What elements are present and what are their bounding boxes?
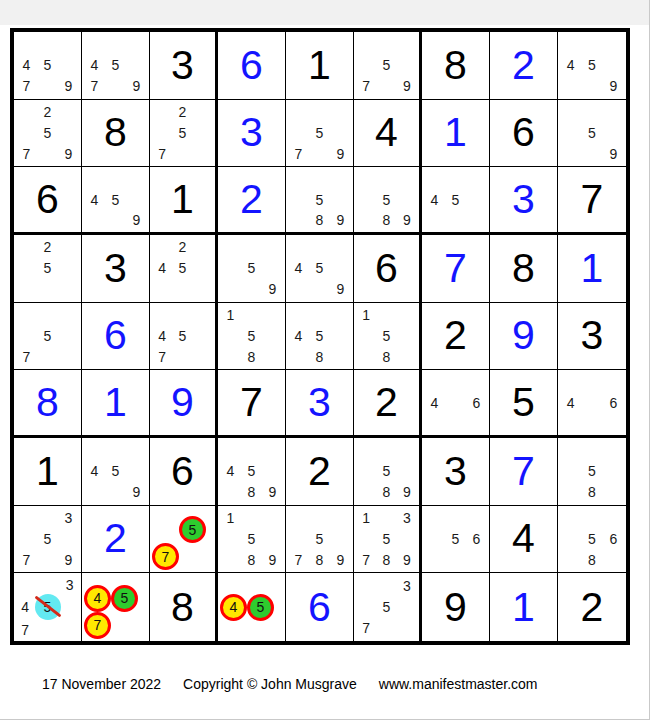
candidate-grid: 59 bbox=[560, 102, 624, 165]
candidate-1: 1 bbox=[356, 508, 376, 529]
candidate-8: 8 bbox=[376, 482, 396, 503]
solved-digit-1: 1 bbox=[171, 179, 194, 220]
candidate-grid: 459 bbox=[84, 169, 147, 230]
candidate-grid: 1589 bbox=[220, 508, 283, 571]
candidate-7-marked: 7 bbox=[84, 612, 111, 639]
yellow-circle-candidate-4: 4 bbox=[84, 585, 111, 612]
candidate-2: 2 bbox=[172, 102, 192, 123]
candidate-grid: 4589 bbox=[220, 440, 283, 503]
cell-r8c1[interactable]: 3579 bbox=[14, 506, 82, 574]
solved-digit-2: 2 bbox=[512, 45, 535, 86]
candidate-grid: 589 bbox=[356, 440, 417, 503]
cell-r5c5[interactable]: 458 bbox=[286, 303, 354, 371]
solved-digit-1: 1 bbox=[512, 587, 535, 628]
solved-digit-6: 6 bbox=[512, 112, 535, 153]
cell-r1c1[interactable]: 4579 bbox=[14, 32, 82, 100]
cell-r3c5[interactable]: 589 bbox=[286, 167, 354, 235]
candidate-5: 5 bbox=[376, 55, 396, 76]
cell-r7c8[interactable]: 7 bbox=[490, 438, 558, 506]
solved-digit-8: 8 bbox=[104, 112, 127, 153]
candidate-9: 9 bbox=[262, 279, 283, 300]
candidate-9: 9 bbox=[397, 482, 417, 503]
cell-r4c6[interactable]: 6 bbox=[354, 235, 422, 303]
cell-r4c8[interactable]: 8 bbox=[490, 235, 558, 303]
candidate-grid: 459 bbox=[288, 237, 351, 300]
candidate-8: 8 bbox=[376, 210, 396, 230]
candidate-8: 8 bbox=[309, 549, 330, 570]
cell-r9c9[interactable]: 2 bbox=[558, 573, 626, 641]
candidate-5: 5 bbox=[172, 123, 192, 144]
cell-r8c5[interactable]: 5789 bbox=[286, 506, 354, 574]
solved-digit-3: 3 bbox=[512, 179, 535, 220]
candidate-5: 5 bbox=[376, 190, 396, 210]
candidate-grid: 458 bbox=[288, 305, 351, 368]
solved-digit-6: 6 bbox=[171, 451, 194, 492]
cell-r6c5[interactable]: 3 bbox=[286, 370, 354, 438]
candidate-grid: 46 bbox=[424, 372, 487, 433]
candidate-2: 2 bbox=[37, 237, 58, 258]
candidate-grid: 245 bbox=[152, 237, 213, 300]
candidate-4-marked: 4 bbox=[84, 585, 111, 612]
candidate-5-marked: 5 bbox=[247, 594, 274, 621]
candidate-7: 7 bbox=[356, 76, 376, 97]
solved-digit-8: 8 bbox=[36, 382, 59, 423]
cell-r2c5[interactable]: 579 bbox=[286, 100, 354, 168]
candidate-6: 6 bbox=[603, 393, 624, 413]
cell-r1c9[interactable]: 459 bbox=[558, 32, 626, 100]
candidate-4: 4 bbox=[560, 393, 581, 413]
candidate-7: 7 bbox=[16, 549, 37, 570]
cell-r7c3[interactable]: 6 bbox=[150, 438, 218, 506]
footer-website[interactable]: www.manifestmaster.com bbox=[379, 676, 538, 692]
cell-r9c3[interactable]: 8 bbox=[150, 573, 218, 641]
solved-digit-8: 8 bbox=[171, 587, 194, 628]
cell-r3c2[interactable]: 459 bbox=[82, 167, 150, 235]
candidate-7: 7 bbox=[84, 76, 105, 97]
cell-r9c7[interactable]: 9 bbox=[422, 573, 490, 641]
candidate-4: 4 bbox=[84, 461, 105, 482]
solved-digit-5: 5 bbox=[512, 382, 535, 423]
candidate-9: 9 bbox=[58, 549, 79, 570]
candidate-9: 9 bbox=[330, 549, 351, 570]
candidate-9: 9 bbox=[330, 143, 351, 164]
solved-digit-9: 9 bbox=[171, 382, 194, 423]
candidate-9: 9 bbox=[262, 482, 283, 503]
cell-r2c7[interactable]: 1 bbox=[422, 100, 490, 168]
candidate-grid: 457 bbox=[152, 305, 213, 368]
solved-digit-1: 1 bbox=[308, 45, 331, 86]
candidate-grid: 4579 bbox=[16, 34, 79, 97]
cell-r5c6[interactable]: 158 bbox=[354, 303, 422, 371]
candidate-grid: 357 bbox=[356, 575, 417, 639]
solved-digit-8: 8 bbox=[512, 248, 535, 289]
cell-r4c3[interactable]: 245 bbox=[150, 235, 218, 303]
candidate-5-marked: 5 bbox=[111, 585, 138, 612]
candidate-5: 5 bbox=[309, 529, 330, 550]
cell-r6c7[interactable]: 46 bbox=[422, 370, 490, 438]
candidate-9: 9 bbox=[397, 210, 417, 230]
cell-r5c9[interactable]: 3 bbox=[558, 303, 626, 371]
solved-digit-7: 7 bbox=[512, 451, 535, 492]
candidate-grid: 3579 bbox=[16, 508, 79, 571]
candidate-9: 9 bbox=[397, 76, 417, 97]
candidate-5: 5 bbox=[172, 258, 192, 279]
cell-r9c4[interactable]: 45 bbox=[218, 573, 286, 641]
candidate-4: 4 bbox=[288, 258, 309, 279]
candidate-5: 5 bbox=[37, 326, 58, 347]
candidate-8: 8 bbox=[241, 482, 262, 503]
cell-r9c6[interactable]: 357 bbox=[354, 573, 422, 641]
candidate-5: 5 bbox=[37, 529, 58, 550]
cell-r2c2[interactable]: 8 bbox=[82, 100, 150, 168]
cell-r5c1[interactable]: 57 bbox=[14, 303, 82, 371]
cell-r5c8[interactable]: 9 bbox=[490, 303, 558, 371]
candidate-4: 4 bbox=[288, 326, 309, 347]
candidate-5: 5 bbox=[376, 326, 396, 347]
cell-r4c2[interactable]: 3 bbox=[82, 235, 150, 303]
cell-r6c1[interactable]: 8 bbox=[14, 370, 82, 438]
candidate-grid: 58 bbox=[560, 440, 624, 503]
cell-r1c4[interactable]: 6 bbox=[218, 32, 286, 100]
cell-r3c9[interactable]: 7 bbox=[558, 167, 626, 235]
cell-r7c6[interactable]: 589 bbox=[354, 438, 422, 506]
candidate-5: 5 bbox=[309, 258, 330, 279]
cell-r8c9[interactable]: 568 bbox=[558, 506, 626, 574]
candidate-5: 5 bbox=[241, 461, 262, 482]
candidate-grid: 45 bbox=[424, 169, 487, 230]
sudoku-board: 4579457936157982459257982573579416596459… bbox=[10, 28, 630, 645]
candidate-5: 5 bbox=[37, 123, 58, 144]
candidate-5-marked: 5 bbox=[35, 594, 61, 620]
candidate-4: 4 bbox=[84, 190, 105, 210]
candidate-grid: 568 bbox=[560, 508, 624, 571]
candidate-5: 5 bbox=[445, 190, 466, 210]
cell-r8c7[interactable]: 56 bbox=[422, 506, 490, 574]
cell-r8c3[interactable]: 57 bbox=[150, 506, 218, 574]
cell-r5c4[interactable]: 158 bbox=[218, 303, 286, 371]
cell-r6c4[interactable]: 7 bbox=[218, 370, 286, 438]
candidate-grid: 3457 bbox=[16, 575, 79, 639]
solved-digit-1: 1 bbox=[581, 248, 604, 289]
candidate-6: 6 bbox=[466, 529, 487, 550]
solved-digit-1: 1 bbox=[36, 451, 59, 492]
footer-copyright: Copyright © John Musgrave bbox=[183, 676, 357, 692]
candidate-grid: 57 bbox=[152, 508, 213, 571]
cell-r8c4[interactable]: 1589 bbox=[218, 506, 286, 574]
cell-r2c9[interactable]: 59 bbox=[558, 100, 626, 168]
candidate-7: 7 bbox=[16, 143, 37, 164]
candidate-5: 5 bbox=[309, 123, 330, 144]
cell-r7c1[interactable]: 1 bbox=[14, 438, 82, 506]
candidate-9: 9 bbox=[126, 76, 147, 97]
solved-digit-7: 7 bbox=[444, 248, 467, 289]
candidate-8: 8 bbox=[376, 346, 396, 367]
green-circle-candidate-5: 5 bbox=[179, 516, 206, 543]
solved-digit-7: 7 bbox=[581, 179, 604, 220]
candidate-9: 9 bbox=[58, 76, 79, 97]
candidate-7: 7 bbox=[16, 76, 37, 97]
solved-digit-1: 1 bbox=[444, 112, 467, 153]
candidate-5: 5 bbox=[445, 529, 466, 550]
cell-r4c7[interactable]: 7 bbox=[422, 235, 490, 303]
candidate-grid: 2579 bbox=[16, 102, 79, 165]
cell-r8c8[interactable]: 4 bbox=[490, 506, 558, 574]
candidate-8: 8 bbox=[581, 482, 602, 503]
candidate-5-marked: 5 bbox=[179, 516, 206, 543]
solved-digit-9: 9 bbox=[512, 315, 535, 356]
candidate-8: 8 bbox=[309, 346, 330, 367]
candidate-7: 7 bbox=[288, 549, 309, 570]
candidate-9: 9 bbox=[603, 76, 624, 97]
cell-r1c8[interactable]: 2 bbox=[490, 32, 558, 100]
solved-digit-2: 2 bbox=[240, 179, 263, 220]
candidate-4: 4 bbox=[560, 55, 581, 76]
solved-digit-2: 2 bbox=[375, 382, 398, 423]
candidate-5: 5 bbox=[37, 55, 58, 76]
candidate-8: 8 bbox=[309, 210, 330, 230]
cell-r6c3[interactable]: 9 bbox=[150, 370, 218, 438]
candidate-4: 4 bbox=[84, 55, 105, 76]
candidate-2: 2 bbox=[37, 102, 58, 123]
cell-r2c4[interactable]: 3 bbox=[218, 100, 286, 168]
candidate-4: 4 bbox=[152, 326, 172, 347]
footer-date: 17 November 2022 bbox=[42, 676, 161, 692]
cell-r4c9[interactable]: 1 bbox=[558, 235, 626, 303]
cell-r6c6[interactable]: 2 bbox=[354, 370, 422, 438]
candidate-7: 7 bbox=[152, 143, 172, 164]
solved-digit-7: 7 bbox=[240, 382, 263, 423]
cell-r1c6[interactable]: 579 bbox=[354, 32, 422, 100]
cell-r7c7[interactable]: 3 bbox=[422, 438, 490, 506]
candidate-5: 5 bbox=[309, 326, 330, 347]
candidate-grid: 25 bbox=[16, 237, 79, 300]
candidate-grid: 56 bbox=[424, 508, 487, 571]
candidate-9: 9 bbox=[58, 143, 79, 164]
candidate-4: 4 bbox=[16, 594, 35, 620]
candidate-7: 7 bbox=[152, 346, 172, 367]
candidate-5: 5 bbox=[581, 529, 602, 550]
candidate-5: 5 bbox=[105, 190, 126, 210]
candidate-3: 3 bbox=[397, 575, 417, 596]
candidate-5: 5 bbox=[376, 529, 396, 550]
candidate-9: 9 bbox=[397, 549, 417, 570]
solved-digit-1: 1 bbox=[104, 382, 127, 423]
candidate-7: 7 bbox=[16, 620, 35, 639]
candidate-grid: 457 bbox=[84, 575, 147, 639]
cell-r8c2[interactable]: 2 bbox=[82, 506, 150, 574]
candidate-1: 1 bbox=[220, 508, 241, 529]
cell-r1c3[interactable]: 3 bbox=[150, 32, 218, 100]
candidate-5: 5 bbox=[376, 461, 396, 482]
cell-r5c7[interactable]: 2 bbox=[422, 303, 490, 371]
yellow-circle-candidate-7: 7 bbox=[152, 543, 179, 570]
cell-r1c5[interactable]: 1 bbox=[286, 32, 354, 100]
candidate-6: 6 bbox=[466, 393, 487, 413]
candidate-9: 9 bbox=[262, 549, 283, 570]
candidate-1: 1 bbox=[220, 305, 241, 326]
cell-r9c5[interactable]: 6 bbox=[286, 573, 354, 641]
yellow-circle-candidate-7: 7 bbox=[84, 612, 111, 639]
cell-r5c2[interactable]: 6 bbox=[82, 303, 150, 371]
cell-r9c2[interactable]: 457 bbox=[82, 573, 150, 641]
candidate-grid: 579 bbox=[356, 34, 417, 97]
candidate-grid: 579 bbox=[288, 102, 351, 165]
candidate-grid: 57 bbox=[16, 305, 79, 368]
solved-digit-2: 2 bbox=[104, 518, 127, 559]
candidate-4: 4 bbox=[424, 190, 445, 210]
candidate-3: 3 bbox=[58, 508, 79, 529]
solved-digit-3: 3 bbox=[171, 45, 194, 86]
candidate-9: 9 bbox=[603, 143, 624, 164]
cell-r6c8[interactable]: 5 bbox=[490, 370, 558, 438]
solved-digit-3: 3 bbox=[444, 451, 467, 492]
solved-digit-6: 6 bbox=[308, 587, 331, 628]
solved-digit-8: 8 bbox=[444, 45, 467, 86]
solved-digit-3: 3 bbox=[308, 382, 331, 423]
candidate-9: 9 bbox=[126, 210, 147, 230]
candidate-9: 9 bbox=[330, 279, 351, 300]
cell-r4c1[interactable]: 25 bbox=[14, 235, 82, 303]
cell-r1c7[interactable]: 8 bbox=[422, 32, 490, 100]
cell-r6c9[interactable]: 46 bbox=[558, 370, 626, 438]
candidate-grid: 459 bbox=[84, 440, 147, 503]
solved-digit-3: 3 bbox=[104, 248, 127, 289]
candidate-7: 7 bbox=[356, 549, 376, 570]
solved-digit-6: 6 bbox=[375, 248, 398, 289]
candidate-grid: 158 bbox=[220, 305, 283, 368]
candidate-9: 9 bbox=[330, 210, 351, 230]
page: 4579457936157982459257982573579416596459… bbox=[0, 0, 650, 720]
solved-digit-6: 6 bbox=[36, 179, 59, 220]
candidate-4: 4 bbox=[152, 258, 172, 279]
cell-r3c6[interactable]: 589 bbox=[354, 167, 422, 235]
cell-r7c2[interactable]: 459 bbox=[82, 438, 150, 506]
cell-r7c4[interactable]: 4589 bbox=[218, 438, 286, 506]
solved-digit-4: 4 bbox=[512, 518, 535, 559]
candidate-7: 7 bbox=[16, 346, 37, 367]
green-circle-candidate-5: 5 bbox=[247, 594, 274, 621]
candidate-grid: 46 bbox=[560, 372, 624, 433]
candidate-5: 5 bbox=[581, 55, 602, 76]
candidate-4: 4 bbox=[220, 461, 241, 482]
candidate-7: 7 bbox=[288, 143, 309, 164]
cell-r3c1[interactable]: 6 bbox=[14, 167, 82, 235]
cell-r3c3[interactable]: 1 bbox=[150, 167, 218, 235]
candidate-3: 3 bbox=[397, 508, 417, 529]
cell-r4c4[interactable]: 59 bbox=[218, 235, 286, 303]
candidate-5: 5 bbox=[376, 597, 396, 618]
candidate-8: 8 bbox=[241, 549, 262, 570]
candidate-5: 5 bbox=[241, 529, 262, 550]
cell-r4c5[interactable]: 459 bbox=[286, 235, 354, 303]
solved-digit-2: 2 bbox=[444, 315, 467, 356]
candidate-9: 9 bbox=[126, 482, 147, 503]
cell-r9c1[interactable]: 3457 bbox=[14, 573, 82, 641]
yellow-circle-candidate-4: 4 bbox=[220, 594, 247, 621]
cell-r2c6[interactable]: 4 bbox=[354, 100, 422, 168]
cell-r5c3[interactable]: 457 bbox=[150, 303, 218, 371]
green-circle-candidate-5: 5 bbox=[111, 585, 138, 612]
cell-r3c8[interactable]: 3 bbox=[490, 167, 558, 235]
candidate-2: 2 bbox=[172, 237, 192, 258]
solved-digit-2: 2 bbox=[581, 587, 604, 628]
candidate-grid: 459 bbox=[560, 34, 624, 97]
candidate-5: 5 bbox=[241, 326, 262, 347]
candidate-grid: 4579 bbox=[84, 34, 147, 97]
cell-r1c2[interactable]: 4579 bbox=[82, 32, 150, 100]
candidate-7: 7 bbox=[356, 618, 376, 639]
solved-digit-3: 3 bbox=[240, 112, 263, 153]
candidate-7-marked: 7 bbox=[152, 543, 179, 570]
window-chrome-band bbox=[0, 0, 650, 25]
candidate-8: 8 bbox=[581, 549, 602, 570]
candidate-4-marked: 4 bbox=[220, 594, 247, 621]
candidate-grid: 158 bbox=[356, 305, 417, 368]
cell-r2c1[interactable]: 2579 bbox=[14, 100, 82, 168]
candidate-grid: 589 bbox=[356, 169, 417, 230]
footer: 17 November 2022 Copyright © John Musgra… bbox=[42, 676, 538, 692]
candidate-5: 5 bbox=[37, 258, 58, 279]
candidate-grid: 589 bbox=[288, 169, 351, 230]
candidate-grid: 5789 bbox=[288, 508, 351, 571]
candidate-5: 5 bbox=[581, 461, 602, 482]
solved-digit-2: 2 bbox=[308, 451, 331, 492]
cell-r2c8[interactable]: 6 bbox=[490, 100, 558, 168]
solved-digit-6: 6 bbox=[240, 45, 263, 86]
candidate-5: 5 bbox=[309, 190, 330, 210]
cell-r8c6[interactable]: 135789 bbox=[354, 506, 422, 574]
cell-r6c2[interactable]: 1 bbox=[82, 370, 150, 438]
solved-digit-4: 4 bbox=[375, 112, 398, 153]
candidate-5: 5 bbox=[105, 461, 126, 482]
candidate-1: 1 bbox=[356, 305, 376, 326]
candidate-5: 5 bbox=[105, 55, 126, 76]
candidate-3: 3 bbox=[61, 575, 80, 594]
solved-digit-6: 6 bbox=[104, 315, 127, 356]
candidate-8: 8 bbox=[241, 346, 262, 367]
candidate-5: 5 bbox=[172, 326, 192, 347]
cell-r2c3[interactable]: 257 bbox=[150, 100, 218, 168]
cyan-strike-circle-candidate-5: 5 bbox=[35, 594, 61, 620]
cell-r7c9[interactable]: 58 bbox=[558, 438, 626, 506]
cell-r7c5[interactable]: 2 bbox=[286, 438, 354, 506]
candidate-grid: 135789 bbox=[356, 508, 417, 571]
candidate-6: 6 bbox=[603, 529, 624, 550]
cell-r3c7[interactable]: 45 bbox=[422, 167, 490, 235]
candidate-5: 5 bbox=[241, 258, 262, 279]
candidate-4: 4 bbox=[16, 55, 37, 76]
candidate-4: 4 bbox=[424, 393, 445, 413]
candidate-grid: 45 bbox=[220, 575, 283, 639]
candidate-grid: 59 bbox=[220, 237, 283, 300]
solved-digit-3: 3 bbox=[581, 315, 604, 356]
candidate-8: 8 bbox=[376, 549, 396, 570]
solved-digit-9: 9 bbox=[444, 587, 467, 628]
candidate-5: 5 bbox=[581, 123, 602, 144]
cell-r3c4[interactable]: 2 bbox=[218, 167, 286, 235]
cell-r9c8[interactable]: 1 bbox=[490, 573, 558, 641]
candidate-grid: 257 bbox=[152, 102, 213, 165]
